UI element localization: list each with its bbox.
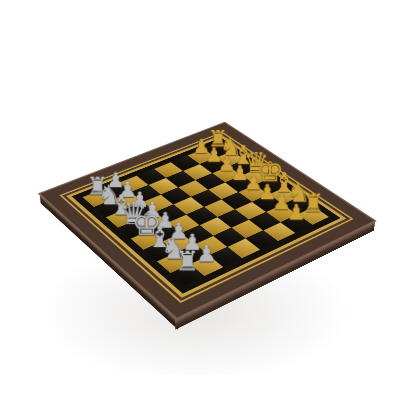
chess-set-photo: ♜♞♝♛♚♝♞♜♟♟♟♟♟♟♟♟♟♟♟♟♟♟♟♟♜♞♝♛♚♝♞♜ [0, 0, 400, 400]
piece-silver-rook[interactable]: ♜ [175, 246, 199, 275]
piece-gold-pawn[interactable]: ♟ [285, 197, 308, 224]
board-square[interactable] [149, 178, 179, 195]
